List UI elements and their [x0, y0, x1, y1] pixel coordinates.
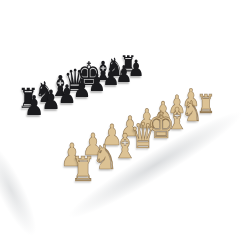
piece-black-bishop: ♝ [93, 59, 113, 86]
coral-motif [170, 77, 194, 88]
square-a2 [56, 151, 88, 175]
concentric-rings-motif [137, 62, 150, 68]
concentric-rings-motif [0, 117, 19, 130]
square-h7 [126, 68, 147, 77]
board-shadow [49, 93, 250, 237]
square-g7 [113, 73, 134, 83]
square-f6 [108, 83, 131, 94]
square-g8 [105, 68, 125, 77]
piece-black-rook: ♜ [119, 52, 136, 75]
square-e2 [133, 117, 162, 135]
piece-black-pawn: ♟ [115, 62, 132, 85]
square-h3 [165, 89, 191, 102]
square-b6 [46, 106, 70, 121]
piece-black-pawn: ♟ [24, 93, 44, 121]
piece-white-bishop: ♝ [112, 129, 137, 163]
square-e8 [79, 77, 100, 87]
square-d4 [95, 108, 121, 124]
square-f5 [117, 89, 141, 101]
chess-set-product-photo: ♜♞♝♛♚♝♞♜♟♟♟♟♟♟♟♟♟♟♟♟♟♟♟♟♜♞♝♛♚♝♞♜ [0, 0, 250, 250]
piece-white-pawn: ♟ [120, 113, 141, 141]
piece-white-pawn: ♟ [60, 140, 83, 172]
square-g4 [141, 89, 166, 102]
square-e5 [102, 94, 126, 107]
square-g6 [122, 78, 144, 89]
square-h4 [154, 83, 178, 95]
piece-white-pawn: ♟ [168, 92, 186, 117]
square-c2 [97, 133, 127, 154]
concentric-rings-motif [125, 55, 139, 61]
square-e7 [86, 83, 108, 94]
piece-white-pawn: ♟ [182, 86, 200, 110]
piece-white-rook: ♜ [70, 152, 95, 186]
piece-white-pawn: ♟ [137, 106, 157, 133]
concentric-rings-motif [25, 161, 53, 184]
square-a3 [48, 140, 78, 162]
square-d6 [79, 94, 103, 107]
square-c3 [87, 123, 115, 141]
coral-motif [132, 58, 150, 65]
square-b5 [52, 114, 78, 130]
piece-black-pawn: ♟ [41, 87, 61, 114]
coral-motif [196, 90, 224, 104]
piece-black-bishop: ♝ [50, 72, 71, 101]
square-c8 [50, 87, 72, 99]
square-h6 [134, 73, 156, 83]
coral-motif [102, 62, 120, 70]
square-e4 [111, 101, 137, 116]
square-a5 [34, 121, 60, 138]
coral-motif [0, 109, 16, 123]
piece-black-pawn: ♟ [58, 81, 77, 107]
coral-motif [8, 126, 34, 145]
piece-black-rook: ♜ [18, 85, 38, 113]
square-d5 [86, 100, 111, 114]
square-c4 [78, 115, 105, 132]
square-c7 [56, 93, 79, 106]
piece-white-pawn: ♟ [102, 122, 123, 151]
piece-black-king: ♚ [77, 59, 101, 91]
square-c6 [63, 100, 87, 114]
coral-motif [37, 83, 56, 93]
square-a7 [22, 105, 46, 120]
piece-white-pawn: ♟ [153, 99, 172, 125]
square-a8 [17, 99, 39, 112]
piece-black-pawn: ♟ [128, 57, 145, 80]
square-g2 [164, 102, 192, 117]
seaweed-sprig-motif [55, 81, 67, 87]
coral-motif [124, 56, 139, 62]
square-e3 [121, 108, 148, 124]
square-e6 [94, 88, 117, 100]
square-h5 [144, 78, 167, 89]
coral-motif [55, 78, 71, 86]
square-d2 [116, 124, 146, 143]
square-f2 [149, 109, 177, 125]
square-f7 [100, 78, 122, 89]
seaweed-sprig-motif [114, 60, 125, 65]
seaweed-sprig-motif [19, 142, 36, 154]
square-h2 [178, 96, 205, 110]
coral-motif [150, 66, 170, 75]
piece-black-pawn: ♟ [102, 66, 120, 90]
square-b4 [60, 122, 87, 140]
concentric-rings-motif [180, 83, 199, 92]
square-h8 [118, 64, 138, 73]
square-b2 [78, 142, 109, 164]
coral-motif [23, 149, 53, 175]
square-g5 [131, 83, 154, 95]
seaweed-sprig-motif [160, 73, 173, 79]
square-a4 [40, 130, 68, 149]
coral-motif [2, 96, 21, 106]
square-d8 [65, 82, 86, 93]
square-f3 [137, 102, 164, 117]
piece-white-knight: ♞ [92, 140, 117, 175]
square-d7 [71, 88, 93, 100]
square-d3 [105, 116, 133, 133]
square-b7 [39, 99, 62, 113]
piece-white-pawn: ♟ [82, 130, 104, 160]
concentric-rings-motif [17, 92, 30, 99]
concentric-rings-motif [80, 70, 93, 76]
piece-black-pawn: ♟ [73, 76, 91, 101]
square-f4 [126, 95, 151, 109]
square-g3 [152, 95, 178, 109]
square-b3 [68, 131, 97, 151]
square-c5 [70, 107, 95, 122]
coral-motif [70, 73, 88, 81]
piece-black-queen: ♛ [64, 66, 87, 97]
piece-black-knight: ♞ [106, 55, 125, 80]
square-a6 [28, 113, 53, 129]
board-shadow-left [0, 129, 51, 250]
piece-black-pawn: ♟ [88, 71, 106, 95]
square-b8 [34, 93, 56, 106]
square-f8 [92, 73, 113, 83]
piece-black-knight: ♞ [34, 78, 55, 107]
